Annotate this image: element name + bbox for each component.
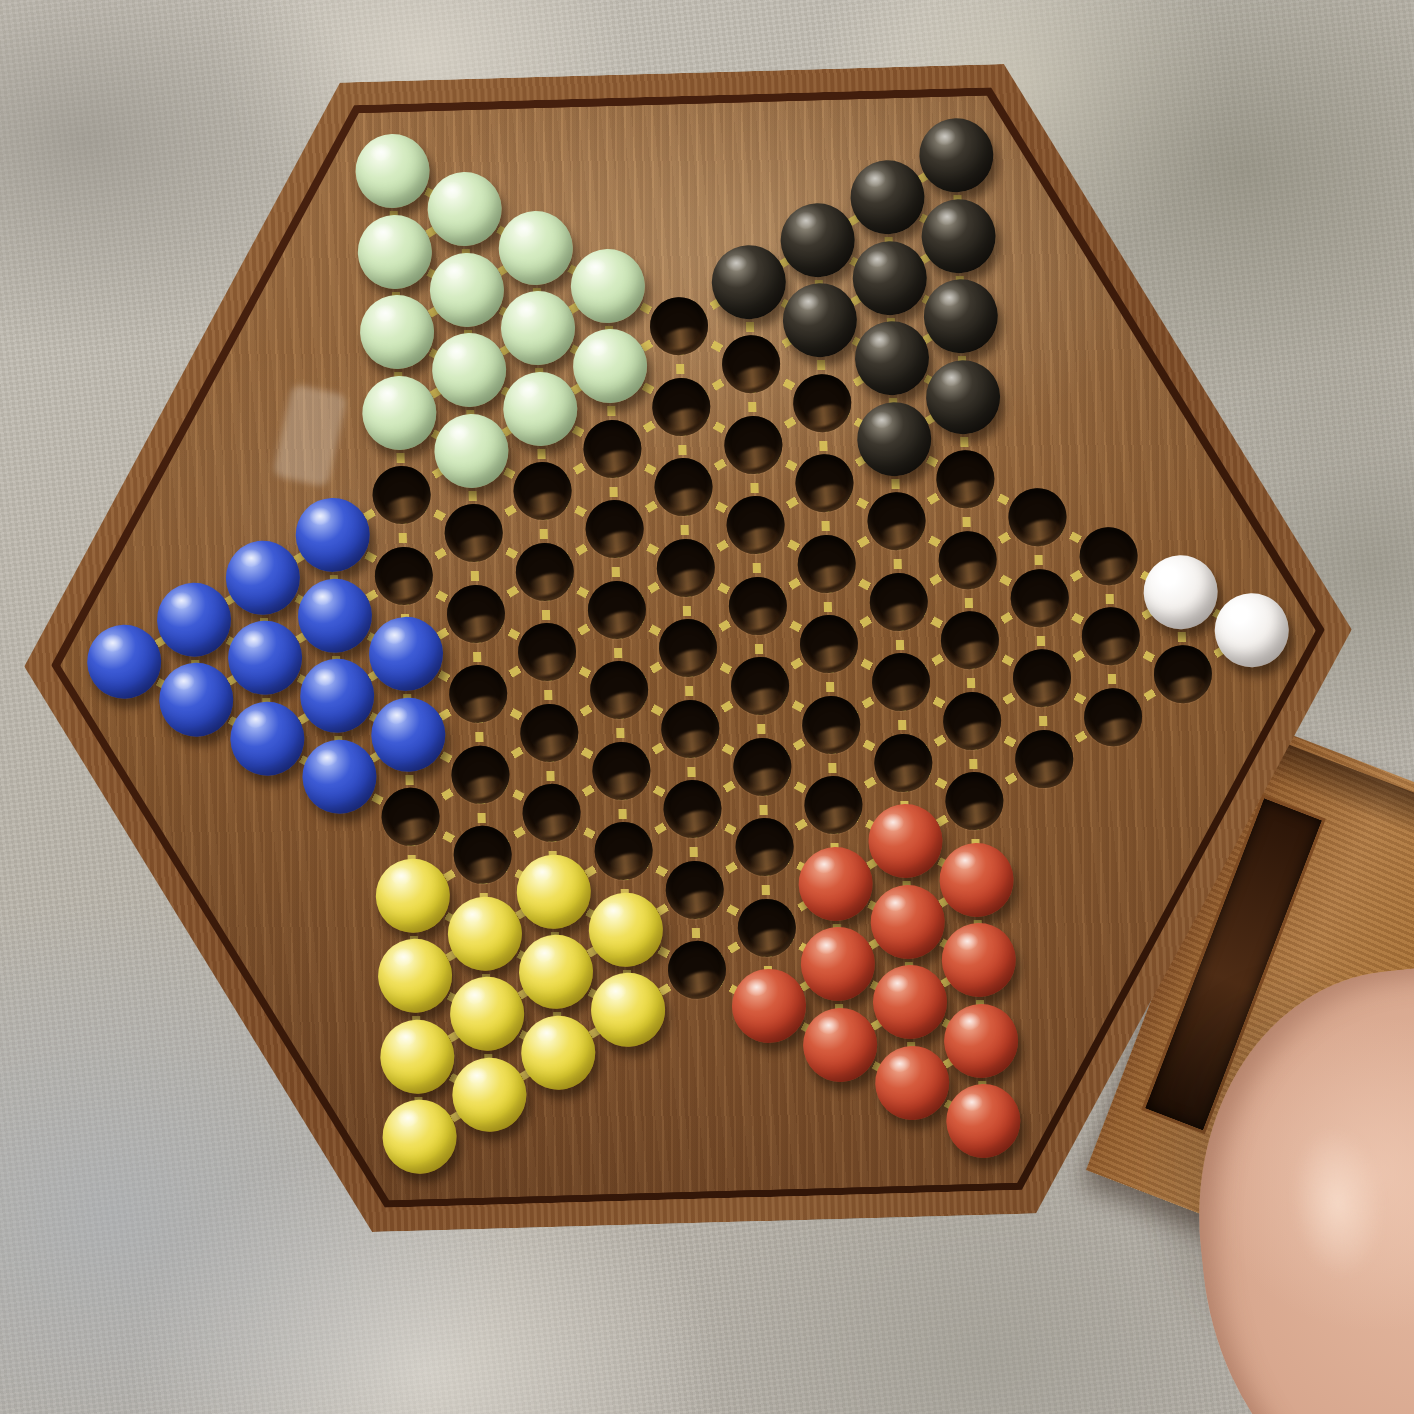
marble-yellow[interactable] xyxy=(379,1018,455,1094)
hole-c6-r8[interactable] xyxy=(450,745,510,805)
marble-blue[interactable] xyxy=(158,662,234,738)
marble-blue[interactable] xyxy=(301,739,377,815)
hole-c8-r3[interactable] xyxy=(582,419,642,479)
hole-c14-r4[interactable] xyxy=(1014,729,1074,789)
scene xyxy=(0,0,1414,1414)
marble-blue[interactable] xyxy=(227,620,303,696)
marble-black[interactable] xyxy=(782,282,858,358)
marble-blue[interactable] xyxy=(86,624,162,700)
hole-c9-r7[interactable] xyxy=(663,779,723,839)
hole-c8-r5[interactable] xyxy=(587,580,647,640)
hole-c10-r7[interactable] xyxy=(732,737,792,797)
hole-c9-r6[interactable] xyxy=(660,699,720,759)
marble-blue[interactable] xyxy=(225,539,301,615)
marble-black[interactable] xyxy=(851,240,927,316)
hole-c11-r4[interactable] xyxy=(795,453,855,513)
marble-yellow[interactable] xyxy=(590,972,666,1048)
marble-red[interactable] xyxy=(943,1002,1019,1078)
hole-c10-r3[interactable] xyxy=(723,415,783,475)
hole-c6-r9[interactable] xyxy=(452,825,512,885)
hole-c9-r3[interactable] xyxy=(654,457,714,517)
hole-c14-r1[interactable] xyxy=(1007,488,1067,548)
hole-c9-r9[interactable] xyxy=(667,940,727,1000)
hole-c16-r2[interactable] xyxy=(1153,645,1213,705)
hole-c13-r7[interactable] xyxy=(940,610,1000,670)
hole-c10-r4[interactable] xyxy=(725,496,785,556)
hole-c8-r8[interactable] xyxy=(593,821,653,881)
hole-c9-r4[interactable] xyxy=(656,538,716,598)
marble-green[interactable] xyxy=(361,374,437,450)
hole-c10-r6[interactable] xyxy=(730,656,790,716)
marble-black[interactable] xyxy=(710,244,786,320)
hole-c15-r1[interactable] xyxy=(1079,526,1139,586)
hole-c8-r7[interactable] xyxy=(591,741,651,801)
marble-blue[interactable] xyxy=(370,696,446,772)
marble-black[interactable] xyxy=(856,401,932,477)
marble-red[interactable] xyxy=(802,1006,878,1082)
marble-green[interactable] xyxy=(357,214,433,290)
hole-c10-r5[interactable] xyxy=(728,576,788,636)
marble-yellow[interactable] xyxy=(446,896,522,972)
marble-black[interactable] xyxy=(849,159,925,235)
foot-highlight xyxy=(1285,1123,1390,1282)
marble-yellow[interactable] xyxy=(451,1056,527,1132)
marble-green[interactable] xyxy=(572,328,648,404)
marble-red[interactable] xyxy=(798,845,874,921)
hole-c7-r6[interactable] xyxy=(517,622,577,682)
hole-c14-r2[interactable] xyxy=(1009,568,1069,628)
hole-c8-r4[interactable] xyxy=(584,499,644,559)
hole-c11-r8[interactable] xyxy=(804,775,864,835)
marble-blue[interactable] xyxy=(296,578,372,654)
marble-red[interactable] xyxy=(939,842,1015,918)
hole-c13-r5[interactable] xyxy=(936,449,996,509)
hole-c12-r6[interactable] xyxy=(868,572,928,632)
marble-red[interactable] xyxy=(874,1045,950,1121)
hole-c13-r8[interactable] xyxy=(942,691,1002,751)
hole-c7-r5[interactable] xyxy=(515,542,575,602)
hole-c11-r7[interactable] xyxy=(801,695,861,755)
hole-c12-r7[interactable] xyxy=(871,653,931,713)
marble-yellow[interactable] xyxy=(449,976,525,1052)
marble-red[interactable] xyxy=(941,922,1017,998)
marble-yellow[interactable] xyxy=(375,857,451,933)
hole-c11-r6[interactable] xyxy=(799,614,859,674)
hole-c7-r7[interactable] xyxy=(520,703,580,763)
marble-yellow[interactable] xyxy=(518,934,594,1010)
hole-c13-r9[interactable] xyxy=(945,771,1005,831)
marble-green[interactable] xyxy=(433,413,509,489)
hole-c11-r5[interactable] xyxy=(797,534,857,594)
marble-black[interactable] xyxy=(923,278,999,354)
marble-red[interactable] xyxy=(800,926,876,1002)
hole-c6-r7[interactable] xyxy=(448,664,508,724)
hole-c14-r3[interactable] xyxy=(1012,649,1072,709)
hole-c9-r2[interactable] xyxy=(651,377,711,437)
marble-green[interactable] xyxy=(498,210,574,286)
hole-c12-r5[interactable] xyxy=(866,492,926,552)
marble-white[interactable] xyxy=(1214,592,1290,668)
marble-green[interactable] xyxy=(502,371,578,447)
hole-c10-r8[interactable] xyxy=(734,817,794,877)
marble-blue[interactable] xyxy=(155,582,231,658)
marble-red[interactable] xyxy=(945,1083,1021,1159)
marble-blue[interactable] xyxy=(368,616,444,692)
hole-c9-r8[interactable] xyxy=(665,860,725,920)
marble-green[interactable] xyxy=(359,294,435,370)
hole-c7-r4[interactable] xyxy=(513,461,573,521)
hole-c5-r5[interactable] xyxy=(372,465,432,525)
hole-c6-r5[interactable] xyxy=(443,503,503,563)
hole-c12-r8[interactable] xyxy=(873,733,933,793)
marble-yellow[interactable] xyxy=(377,938,453,1014)
hole-c11-r3[interactable] xyxy=(792,373,852,433)
marble-red[interactable] xyxy=(867,803,943,879)
marble-yellow[interactable] xyxy=(516,853,592,929)
marble-black[interactable] xyxy=(853,320,929,396)
marble-red[interactable] xyxy=(731,968,807,1044)
marble-blue[interactable] xyxy=(294,497,370,573)
marble-green[interactable] xyxy=(426,171,502,247)
marble-red[interactable] xyxy=(869,884,945,960)
marble-black[interactable] xyxy=(918,117,994,193)
marble-green[interactable] xyxy=(569,248,645,324)
hole-c10-r2[interactable] xyxy=(721,335,781,395)
hole-c5-r9[interactable] xyxy=(381,787,441,847)
marble-green[interactable] xyxy=(428,252,504,328)
hole-c9-r1[interactable] xyxy=(649,296,709,356)
hole-c15-r3[interactable] xyxy=(1083,687,1143,747)
marble-green[interactable] xyxy=(500,290,576,366)
marble-green[interactable] xyxy=(431,332,507,408)
marble-white[interactable] xyxy=(1142,554,1218,630)
marble-red[interactable] xyxy=(871,964,947,1040)
hole-c6-r6[interactable] xyxy=(446,584,506,644)
marble-yellow[interactable] xyxy=(587,892,663,968)
hole-c9-r5[interactable] xyxy=(658,618,718,678)
hole-c5-r6[interactable] xyxy=(374,546,434,606)
hole-c10-r9[interactable] xyxy=(737,898,797,958)
marble-black[interactable] xyxy=(780,202,856,278)
marble-blue[interactable] xyxy=(299,658,375,734)
marble-black[interactable] xyxy=(921,198,997,274)
hole-c13-r6[interactable] xyxy=(938,530,998,590)
hole-c7-r8[interactable] xyxy=(522,783,582,843)
hole-c15-r2[interactable] xyxy=(1081,606,1141,666)
marble-green[interactable] xyxy=(355,133,431,209)
marble-blue[interactable] xyxy=(229,700,305,776)
marble-black[interactable] xyxy=(925,359,1001,435)
hole-c8-r6[interactable] xyxy=(589,660,649,720)
marble-yellow[interactable] xyxy=(520,1014,596,1090)
marble-yellow[interactable] xyxy=(382,1099,458,1175)
